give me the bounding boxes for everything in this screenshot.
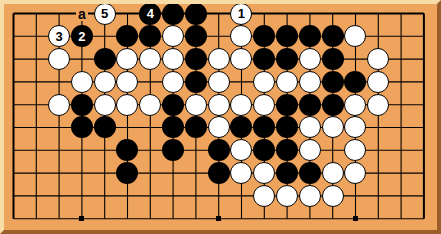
white-stone-point: [298, 48, 321, 71]
black-stone-point: [276, 139, 299, 162]
white-stone: [344, 25, 366, 47]
white-stone-point: [139, 48, 162, 71]
star-point: [207, 207, 230, 230]
black-stone-point: [184, 48, 207, 71]
black-stone: [253, 116, 275, 138]
black-stone: [322, 48, 344, 70]
black-stone-point: [230, 116, 253, 139]
black-stone-point: [184, 71, 207, 94]
white-stone-point: [298, 184, 321, 207]
white-stone: [139, 94, 161, 116]
white-stone: [299, 185, 321, 207]
star-point-marker: [353, 216, 358, 221]
white-stone: [322, 185, 344, 207]
white-stone-point: [344, 139, 367, 162]
white-stone: [208, 71, 230, 93]
white-stone-point: [116, 71, 139, 94]
black-stone: [276, 139, 298, 161]
black-stone-point: [344, 71, 367, 94]
white-stone-point: [344, 116, 367, 139]
star-point-marker: [79, 216, 84, 221]
black-stone-point: [253, 48, 276, 71]
black-stone-point: [253, 25, 276, 48]
labeled-point-a: a: [71, 2, 94, 25]
black-stone: [299, 94, 321, 116]
white-stone-point: [253, 93, 276, 116]
black-stone-point: [321, 48, 344, 71]
white-stone-point: [344, 25, 367, 48]
white-stone-move-1: 1: [230, 3, 252, 25]
black-stone: [208, 162, 230, 184]
black-stone: [230, 116, 252, 138]
black-stone-point: [321, 71, 344, 94]
white-stone: [299, 139, 321, 161]
white-stone-move-5: 5: [94, 3, 116, 25]
white-stone-point: [230, 139, 253, 162]
white-stone: [185, 94, 207, 116]
white-stone-point: [253, 184, 276, 207]
black-stone-point: [184, 2, 207, 25]
white-stone-point: [207, 116, 230, 139]
white-stone-point: 1: [230, 2, 253, 25]
black-stone-point: [207, 162, 230, 185]
black-stone: [116, 25, 138, 47]
black-stone: [162, 139, 184, 161]
black-stone-point: [162, 139, 185, 162]
white-stone-point: [230, 48, 253, 71]
white-stone-point: [162, 71, 185, 94]
white-stone: [71, 71, 93, 93]
black-stone: [276, 48, 298, 70]
black-stone: [322, 94, 344, 116]
black-stone: [162, 3, 184, 25]
white-stone: [139, 48, 161, 70]
black-stone-point: [116, 139, 139, 162]
black-stone: [94, 48, 116, 70]
black-stone: [253, 25, 275, 47]
white-stone: [94, 71, 116, 93]
black-stone: [185, 3, 207, 25]
white-stone: [116, 71, 138, 93]
black-stone-point: [321, 93, 344, 116]
black-stone-point: [162, 93, 185, 116]
white-stone-point: [116, 48, 139, 71]
black-stone: [299, 162, 321, 184]
white-stone: [162, 48, 184, 70]
white-stone-point: [253, 71, 276, 94]
star-point-marker: [216, 216, 221, 221]
white-stone-point: [298, 116, 321, 139]
black-stone: [94, 116, 116, 138]
black-stone: [276, 25, 298, 47]
white-stone-point: 3: [48, 25, 71, 48]
black-stone-point: [184, 25, 207, 48]
white-stone: [344, 116, 366, 138]
black-stone-point: [253, 139, 276, 162]
white-stone-point: [48, 93, 71, 116]
white-stone: [162, 71, 184, 93]
white-stone: [344, 94, 366, 116]
white-stone-point: [344, 93, 367, 116]
white-stone-point: [321, 184, 344, 207]
black-stone: [344, 71, 366, 93]
white-stone: [253, 162, 275, 184]
black-stone-point: [184, 116, 207, 139]
white-stone-point: [298, 71, 321, 94]
white-stone: [230, 48, 252, 70]
white-stone: [116, 94, 138, 116]
black-stone-point: [276, 162, 299, 185]
white-stone: [208, 48, 230, 70]
black-stone: [71, 94, 93, 116]
white-stone: [299, 48, 321, 70]
black-stone-point: [71, 116, 94, 139]
black-stone: [253, 139, 275, 161]
black-stone-point: [298, 25, 321, 48]
black-stone-point: [298, 93, 321, 116]
white-stone-point: [230, 162, 253, 185]
white-stone: [299, 116, 321, 138]
white-stone: [253, 71, 275, 93]
black-stone-point: [321, 25, 344, 48]
white-stone-point: [207, 71, 230, 94]
white-stone-point: [253, 162, 276, 185]
white-stone: [367, 48, 389, 70]
white-stone-point: [207, 48, 230, 71]
black-stone-point: [162, 2, 185, 25]
white-stone-point: [230, 25, 253, 48]
black-stone-point: [93, 116, 116, 139]
white-stone-point: [184, 93, 207, 116]
white-stone: [322, 116, 344, 138]
white-stone: [322, 162, 344, 184]
black-stone: [71, 116, 93, 138]
star-point: [344, 207, 367, 230]
white-stone: [230, 162, 252, 184]
white-stone: [48, 48, 70, 70]
white-stone-move-3: 3: [48, 25, 70, 47]
points-layer: 54132a: [2, 2, 435, 230]
board-frame: 54132a: [0, 0, 441, 234]
black-stone: [276, 116, 298, 138]
white-stone: [367, 71, 389, 93]
white-stone-point: [93, 71, 116, 94]
white-stone: [94, 94, 116, 116]
black-stone: [185, 48, 207, 70]
white-stone: [344, 162, 366, 184]
white-stone: [208, 94, 230, 116]
black-stone: [185, 25, 207, 47]
white-stone: [230, 25, 252, 47]
black-stone-point: [139, 25, 162, 48]
go-board: 54132a: [4, 4, 437, 230]
point-label-a: a: [76, 7, 88, 21]
white-stone-point: [276, 71, 299, 94]
white-stone: [367, 94, 389, 116]
black-stone: [185, 71, 207, 93]
white-stone-point: [207, 93, 230, 116]
black-stone-point: [71, 93, 94, 116]
white-stone: [208, 116, 230, 138]
white-stone-point: [321, 162, 344, 185]
white-stone-point: 5: [93, 2, 116, 25]
white-stone-point: [162, 25, 185, 48]
black-stone: [185, 116, 207, 138]
black-stone-point: [276, 116, 299, 139]
black-stone: [299, 25, 321, 47]
star-point: [71, 207, 94, 230]
white-stone-point: [344, 162, 367, 185]
white-stone-point: [276, 184, 299, 207]
white-stone: [344, 139, 366, 161]
white-stone-point: [298, 139, 321, 162]
black-stone-point: [253, 116, 276, 139]
white-stone: [253, 185, 275, 207]
black-stone: [276, 94, 298, 116]
white-stone-point: [162, 48, 185, 71]
white-stone-point: [116, 93, 139, 116]
white-stone: [162, 25, 184, 47]
white-stone: [276, 71, 298, 93]
white-stone-point: [367, 71, 390, 94]
white-stone-point: [367, 48, 390, 71]
black-stone: [116, 139, 138, 161]
black-stone: [322, 25, 344, 47]
white-stone-point: [139, 93, 162, 116]
white-stone-point: [321, 116, 344, 139]
black-stone-point: [276, 25, 299, 48]
black-stone: [162, 94, 184, 116]
black-stone: [208, 139, 230, 161]
black-stone-point: 4: [139, 2, 162, 25]
black-stone: [253, 48, 275, 70]
black-stone-point: [298, 162, 321, 185]
black-stone-move-4: 4: [139, 3, 161, 25]
white-stone-point: [48, 48, 71, 71]
white-stone: [253, 94, 275, 116]
white-stone: [116, 48, 138, 70]
white-stone-point: [367, 93, 390, 116]
black-stone-point: [276, 48, 299, 71]
black-stone-point: [93, 48, 116, 71]
white-stone-point: [71, 71, 94, 94]
black-stone-point: [162, 116, 185, 139]
black-stone: [276, 162, 298, 184]
black-stone-point: [276, 93, 299, 116]
black-stone-move-2: 2: [71, 25, 93, 47]
white-stone: [230, 94, 252, 116]
black-stone: [322, 71, 344, 93]
black-stone-point: 2: [71, 25, 94, 48]
black-stone: [139, 25, 161, 47]
black-stone: [162, 116, 184, 138]
black-stone-point: [116, 162, 139, 185]
black-stone-point: [207, 139, 230, 162]
white-stone-point: [230, 93, 253, 116]
black-stone: [116, 162, 138, 184]
white-stone: [230, 139, 252, 161]
white-stone-point: [93, 93, 116, 116]
white-stone: [48, 94, 70, 116]
black-stone-point: [116, 25, 139, 48]
white-stone: [276, 185, 298, 207]
white-stone: [299, 71, 321, 93]
